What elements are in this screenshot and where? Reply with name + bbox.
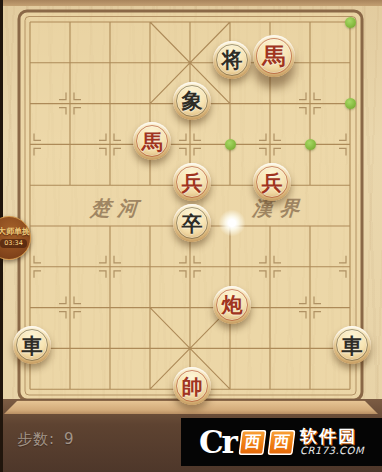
watermark-logo: Cr [199, 427, 236, 458]
piece-glyph: 馬 [142, 131, 163, 152]
top-band [0, 0, 382, 6]
piece-black-elephant[interactable]: 象 [173, 82, 211, 120]
move-hint-dot[interactable] [305, 139, 316, 150]
watermark-tile-2: 西 [267, 430, 295, 455]
mode-badge-title: 大师单挑 [0, 228, 30, 237]
piece-glyph: 炮 [222, 294, 243, 315]
piece-red-horse-selected[interactable]: 馬 [253, 35, 295, 77]
piece-red-soldier-left[interactable]: 兵 [173, 163, 211, 201]
piece-glyph: 将 [222, 49, 243, 70]
watermark-site-url: CR173.COM [300, 445, 364, 457]
piece-glyph: 兵 [262, 172, 283, 193]
piece-red-horse[interactable]: 馬 [133, 122, 171, 160]
mode-badge[interactable]: 大师单挑 03:34 [0, 216, 31, 260]
river-label-left: 楚河 [83, 195, 146, 222]
watermark-tile-1: 西 [238, 430, 266, 455]
piece-glyph: 車 [342, 335, 363, 356]
move-hint-dot[interactable] [225, 139, 236, 150]
piece-red-soldier-right[interactable]: 兵 [253, 163, 291, 201]
sparkle-effect [218, 209, 246, 237]
step-counter: 步数:9 [17, 430, 75, 449]
watermark-banner: Cr 西 西 软件园 CR173.COM [181, 418, 382, 466]
step-counter-label: 步数: [17, 430, 55, 448]
piece-red-general[interactable]: 帥 [173, 367, 211, 405]
piece-glyph: 馬 [263, 44, 286, 67]
piece-glyph: 帥 [182, 376, 203, 397]
move-hint-dot[interactable] [345, 98, 356, 109]
piece-black-chariot-left[interactable]: 車 [13, 326, 51, 364]
piece-glyph: 車 [22, 335, 43, 356]
piece-glyph: 卒 [182, 213, 203, 234]
piece-glyph: 兵 [182, 172, 203, 193]
piece-black-chariot-right[interactable]: 車 [333, 326, 371, 364]
piece-red-cannon[interactable]: 炮 [213, 286, 251, 324]
move-hint-dot[interactable] [345, 17, 356, 28]
piece-black-soldier[interactable]: 卒 [173, 204, 211, 242]
step-counter-value: 9 [64, 430, 75, 448]
app-screen: 楚河 漢界 将馬象馬兵兵卒炮車車帥 大师单挑 03:34 步数:9 Cr 西 西… [0, 0, 382, 472]
mode-badge-timer: 03:34 [0, 239, 27, 247]
piece-black-general[interactable]: 将 [213, 41, 251, 79]
watermark-site-name: 软件园 [300, 427, 357, 446]
piece-glyph: 象 [182, 90, 203, 111]
